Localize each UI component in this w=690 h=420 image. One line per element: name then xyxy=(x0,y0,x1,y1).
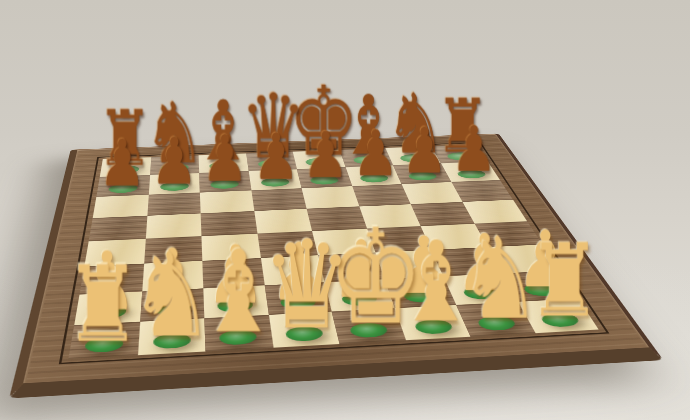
square-a1[interactable]: ♜ xyxy=(68,322,139,359)
chessboard-scene: ♜♞♝♛♚♝♞♜♟♟♟♟♟♟♟♟♟♟♟♟♟♟♟♟♜♞♝♛♚♝♞♜ xyxy=(9,133,663,398)
board-squares: ♜♞♝♛♚♝♞♜♟♟♟♟♟♟♟♟♟♟♟♟♟♟♟♟♜♞♝♛♚♝♞♜ xyxy=(68,145,598,360)
black-pawn[interactable]: ♟ xyxy=(89,134,156,193)
square-b7[interactable]: ♟ xyxy=(148,173,200,194)
white-rook[interactable]: ♜ xyxy=(59,256,148,352)
square-b6[interactable] xyxy=(147,192,201,215)
chess-board: ♜♞♝♛♚♝♞♜♟♟♟♟♟♟♟♟♟♟♟♟♟♟♟♟♜♞♝♛♚♝♞♜ xyxy=(9,133,663,398)
square-h6[interactable] xyxy=(451,180,513,202)
square-d6[interactable] xyxy=(251,188,307,211)
square-a6[interactable] xyxy=(93,195,149,218)
square-c6[interactable] xyxy=(200,190,254,213)
square-a7[interactable]: ♟ xyxy=(96,175,149,197)
photo-backdrop: ♜♞♝♛♚♝♞♜♟♟♟♟♟♟♟♟♟♟♟♟♟♟♟♟♜♞♝♛♚♝♞♜ xyxy=(0,0,690,420)
square-b1[interactable]: ♞ xyxy=(137,318,205,355)
